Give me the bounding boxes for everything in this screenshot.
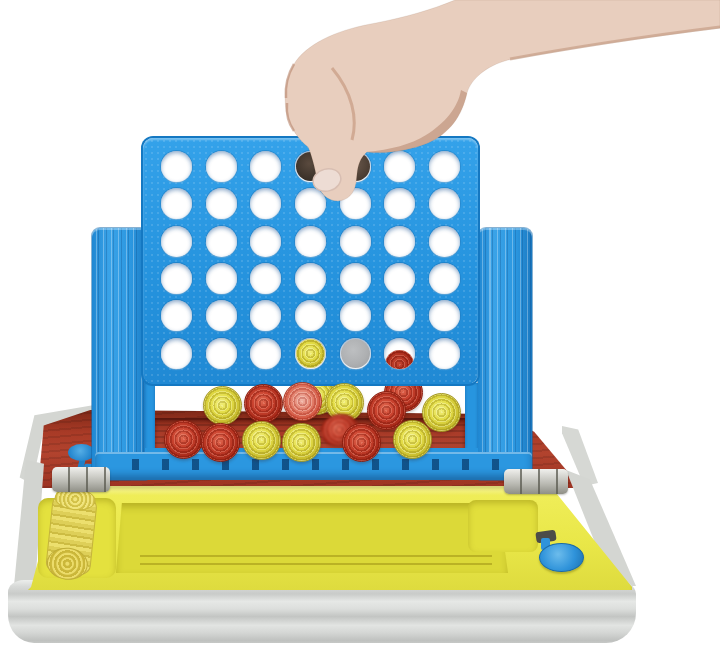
grid-cell — [288, 260, 333, 297]
grid-cell — [199, 185, 244, 222]
checker-in-grid-red-low — [385, 350, 414, 369]
loose-checker-yellow — [393, 420, 432, 459]
grid-cell — [154, 335, 199, 372]
grid-hole — [250, 263, 281, 294]
grid-hole — [161, 226, 192, 257]
grid-cell — [378, 260, 423, 297]
grid-cell — [378, 335, 423, 372]
grid-cell — [199, 223, 244, 260]
connect-four-travel-game-photo — [0, 0, 720, 645]
left-support-post — [92, 228, 148, 480]
loose-checker-yellow — [422, 393, 461, 432]
grid-cell — [154, 297, 199, 334]
grid-cell — [199, 297, 244, 334]
loose-checker-pink — [283, 382, 322, 421]
loose-checker-red — [201, 423, 240, 462]
grid-hole — [161, 338, 192, 369]
yellow-checker-roll — [45, 490, 99, 578]
grid-cell — [243, 297, 288, 334]
grid-cell — [288, 335, 333, 372]
grid-hole — [340, 263, 371, 294]
grid-hole — [206, 263, 237, 294]
grid-hole — [161, 188, 192, 219]
grid-hole — [206, 300, 237, 331]
grid-hole — [295, 300, 326, 331]
grid-hole — [161, 300, 192, 331]
grid-cell — [422, 335, 467, 372]
drop-window-frame-left — [145, 383, 155, 455]
grid-hole — [340, 300, 371, 331]
tray-center-channel — [116, 503, 508, 573]
grid-cell — [199, 335, 244, 372]
grid-hole — [429, 338, 460, 369]
grid-hole — [384, 263, 415, 294]
checker-in-grid-grey-disc — [341, 339, 370, 368]
grid-hole — [429, 263, 460, 294]
loose-checker-red — [244, 384, 283, 423]
loose-checker-yellow — [282, 423, 321, 462]
grid-hole — [161, 151, 192, 182]
blue-slider-knob — [539, 543, 584, 572]
grid-cell — [154, 185, 199, 222]
grid-hole — [206, 151, 237, 182]
grid-hole — [206, 188, 237, 219]
grid-cell — [199, 148, 244, 185]
right-hinge — [504, 469, 568, 494]
loose-checker-yellow — [203, 386, 242, 425]
loose-checker-yellow — [242, 421, 281, 460]
grid-cell — [154, 148, 199, 185]
grid-hole — [206, 338, 237, 369]
grid-cell — [333, 297, 378, 334]
drop-window-frame-right — [465, 383, 478, 455]
loose-checker-red — [342, 423, 381, 462]
grid-cell — [288, 297, 333, 334]
grid-hole — [429, 300, 460, 331]
grid-cell — [422, 297, 467, 334]
right-support-post — [478, 228, 532, 480]
grid-hole — [206, 226, 237, 257]
left-hinge — [52, 467, 110, 492]
grid-cell — [378, 297, 423, 334]
grid-hole — [250, 338, 281, 369]
grid-hole — [250, 300, 281, 331]
grid-hole — [384, 338, 415, 369]
grid-cell — [333, 260, 378, 297]
lid-latch-knob — [68, 444, 95, 461]
grid-cell — [154, 260, 199, 297]
loose-checker-red — [164, 420, 203, 459]
grid-hole — [295, 338, 326, 369]
grid-cell — [243, 335, 288, 372]
grid-cell — [243, 260, 288, 297]
checker-in-grid-yellow — [296, 339, 325, 368]
grid-hole — [295, 263, 326, 294]
grid-cell — [154, 223, 199, 260]
grid-hole — [161, 263, 192, 294]
grid-cell — [422, 260, 467, 297]
hand-dropping-checker — [268, 0, 720, 262]
grid-hole — [384, 300, 415, 331]
grid-cell — [199, 260, 244, 297]
grid-cell — [333, 335, 378, 372]
tray-right-well — [468, 500, 538, 552]
grid-hole — [340, 338, 371, 369]
